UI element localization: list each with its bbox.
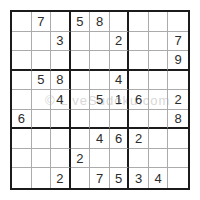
cell-r3c5[interactable] [90,51,110,71]
cell-r9c9[interactable] [168,168,188,188]
cell-r8c6[interactable] [110,149,130,169]
cell-r1c2[interactable]: 7 [32,12,52,32]
sudoku-board: © LiveSudoku.com 75832795844516268462227… [10,10,190,190]
cell-r7c1[interactable] [12,129,32,149]
cell-r2c1[interactable] [12,32,32,52]
cell-r7c4[interactable] [71,129,91,149]
cell-r6c2[interactable] [32,110,52,130]
cell-r2c8[interactable] [149,32,169,52]
cell-r6c5[interactable] [90,110,110,130]
cell-r1c9[interactable] [168,12,188,32]
cell-r1c7[interactable] [129,12,149,32]
cell-r3c8[interactable] [149,51,169,71]
cell-r7c6[interactable]: 6 [110,129,130,149]
cell-r1c5[interactable]: 8 [90,12,110,32]
cell-r9c1[interactable] [12,168,32,188]
cell-r8c9[interactable] [168,149,188,169]
cell-r1c6[interactable] [110,12,130,32]
cell-r4c9[interactable] [168,71,188,91]
cell-r1c3[interactable] [51,12,71,32]
cell-r8c5[interactable] [90,149,110,169]
cell-r4c6[interactable]: 4 [110,71,130,91]
cell-r2c6[interactable]: 2 [110,32,130,52]
cell-r4c4[interactable] [71,71,91,91]
cell-r5c4[interactable] [71,90,91,110]
cell-r7c9[interactable] [168,129,188,149]
cell-r5c1[interactable] [12,90,32,110]
cell-r5c5[interactable]: 5 [90,90,110,110]
cell-r3c3[interactable] [51,51,71,71]
cell-r3c2[interactable] [32,51,52,71]
cell-r9c8[interactable]: 4 [149,168,169,188]
cell-r6c1[interactable]: 6 [12,110,32,130]
cell-r8c4[interactable]: 2 [71,149,91,169]
cell-r4c3[interactable]: 8 [51,71,71,91]
cell-r4c7[interactable] [129,71,149,91]
cell-r5c3[interactable]: 4 [51,90,71,110]
cell-r4c1[interactable] [12,71,32,91]
cell-r7c7[interactable]: 2 [129,129,149,149]
cell-r3c1[interactable] [12,51,32,71]
cell-r5c9[interactable]: 2 [168,90,188,110]
cell-r9c3[interactable]: 2 [51,168,71,188]
cell-r2c2[interactable] [32,32,52,52]
cell-r9c5[interactable]: 7 [90,168,110,188]
cell-r8c7[interactable] [129,149,149,169]
cell-r5c8[interactable] [149,90,169,110]
cell-r9c2[interactable] [32,168,52,188]
cell-r6c9[interactable]: 8 [168,110,188,130]
cell-r3c6[interactable] [110,51,130,71]
cell-r4c8[interactable] [149,71,169,91]
cell-r5c7[interactable]: 6 [129,90,149,110]
cell-r1c1[interactable] [12,12,32,32]
cell-r1c8[interactable] [149,12,169,32]
cell-r3c9[interactable]: 9 [168,51,188,71]
cell-r1c4[interactable]: 5 [71,12,91,32]
cell-r7c5[interactable]: 4 [90,129,110,149]
cell-r2c3[interactable]: 3 [51,32,71,52]
cell-r6c4[interactable] [71,110,91,130]
cell-r4c2[interactable]: 5 [32,71,52,91]
cell-r6c3[interactable] [51,110,71,130]
cell-r2c4[interactable] [71,32,91,52]
cell-r7c2[interactable] [32,129,52,149]
cell-r5c6[interactable]: 1 [110,90,130,110]
cell-r2c9[interactable]: 7 [168,32,188,52]
cell-r8c3[interactable] [51,149,71,169]
cell-r3c4[interactable] [71,51,91,71]
cell-r3c7[interactable] [129,51,149,71]
cell-r6c7[interactable] [129,110,149,130]
cell-r8c2[interactable] [32,149,52,169]
cell-r9c6[interactable]: 5 [110,168,130,188]
cell-r6c8[interactable] [149,110,169,130]
cell-r2c7[interactable] [129,32,149,52]
cell-r2c5[interactable] [90,32,110,52]
cell-r4c5[interactable] [90,71,110,91]
cell-r9c7[interactable]: 3 [129,168,149,188]
cell-r7c8[interactable] [149,129,169,149]
cell-r8c1[interactable] [12,149,32,169]
cell-r7c3[interactable] [51,129,71,149]
cell-r8c8[interactable] [149,149,169,169]
cell-r6c6[interactable] [110,110,130,130]
cell-r9c4[interactable] [71,168,91,188]
cell-r5c2[interactable] [32,90,52,110]
